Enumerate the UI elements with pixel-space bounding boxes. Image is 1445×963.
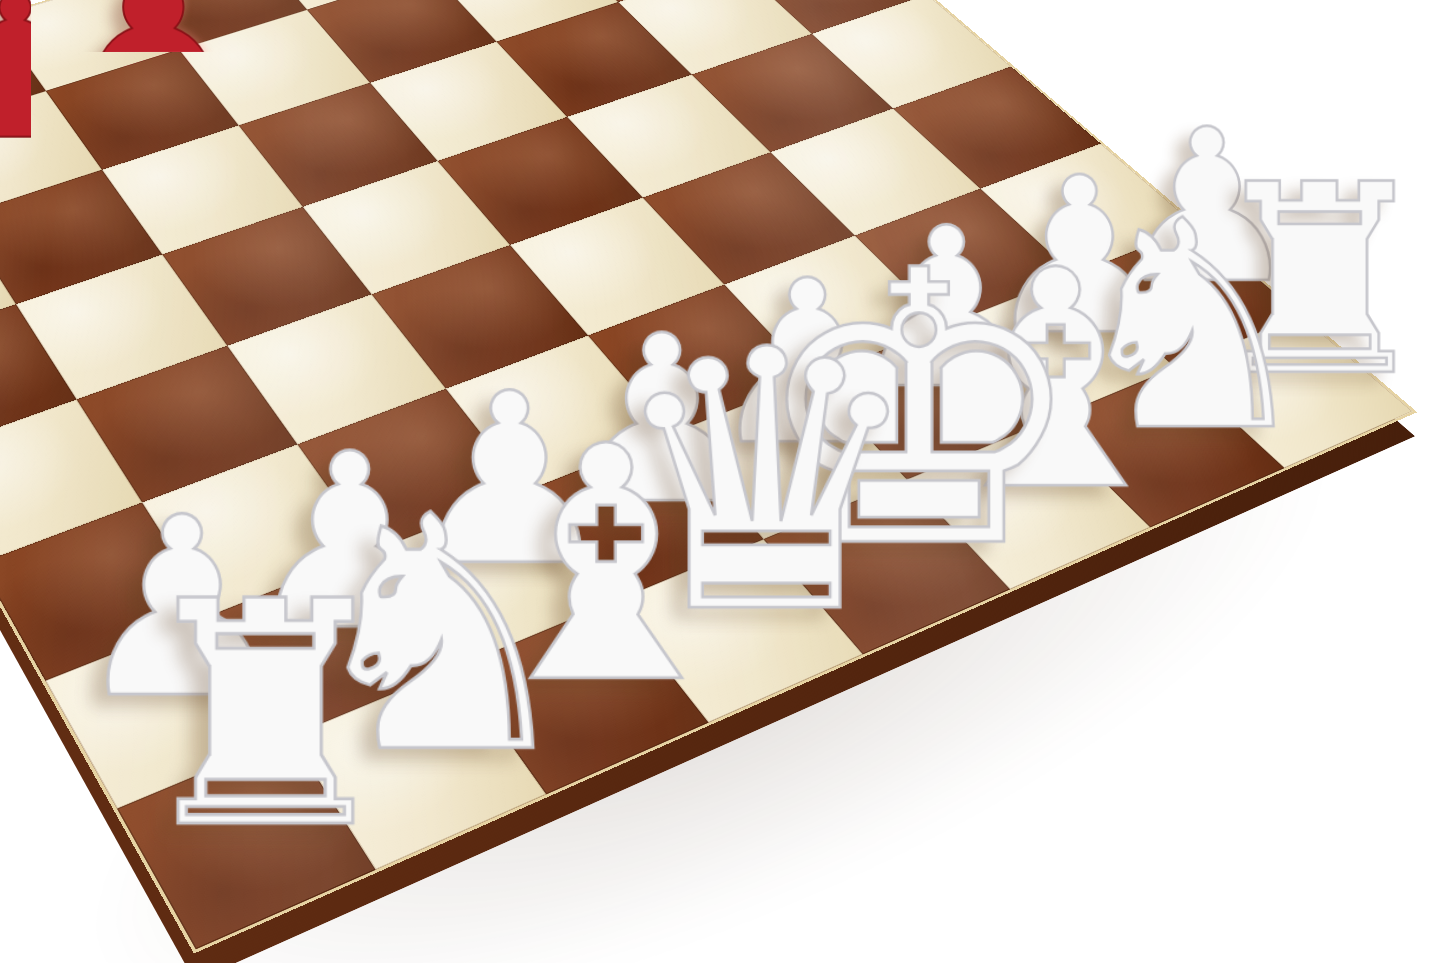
board: ♜♞♝♛♚♝♞♜♟♟♟♟♟♟♟♟♟♟♟♟♟♟♟♟♜♞♝♛♚♝♞♜: [0, 0, 1413, 949]
perspective-scene: ♜♞♝♛♚♝♞♜♟♟♟♟♟♟♟♟♟♟♟♟♟♟♟♟♜♞♝♛♚♝♞♜: [0, 0, 1130, 865]
chess-set-photo: ♜♞♝♛♚♝♞♜♟♟♟♟♟♟♟♟♟♟♟♟♟♟♟♟♜♞♝♛♚♝♞♜: [0, 0, 1445, 963]
square-h2: ♟: [1074, 226, 1301, 367]
square-e3: [588, 284, 812, 433]
square-f3: [724, 236, 946, 379]
